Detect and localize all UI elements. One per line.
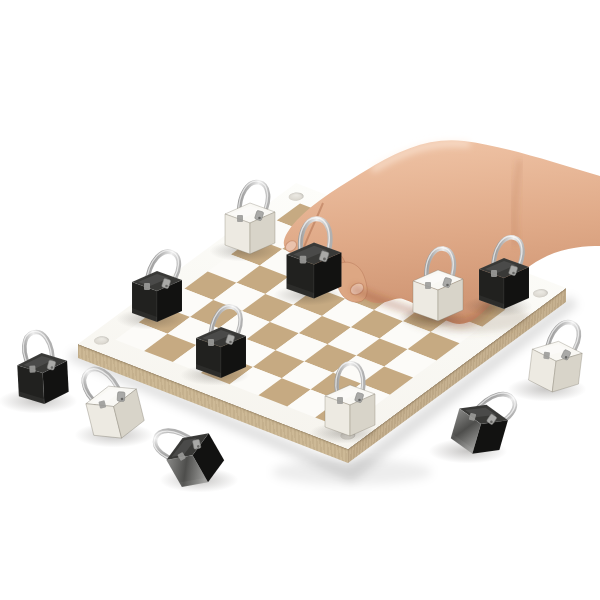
cube-body <box>448 398 510 461</box>
black-piece-off-board[interactable] <box>145 377 265 517</box>
product-photo-scene: Overhead-angle product photo of a minima… <box>0 0 600 600</box>
hand-top-highlight <box>372 143 470 170</box>
black-piece-off-board[interactable] <box>414 348 534 488</box>
cube-body <box>161 426 230 495</box>
cube-body <box>325 385 375 436</box>
cube-body <box>413 270 463 321</box>
white-piece-on-board[interactable] <box>290 330 410 470</box>
cube-body <box>287 243 342 299</box>
